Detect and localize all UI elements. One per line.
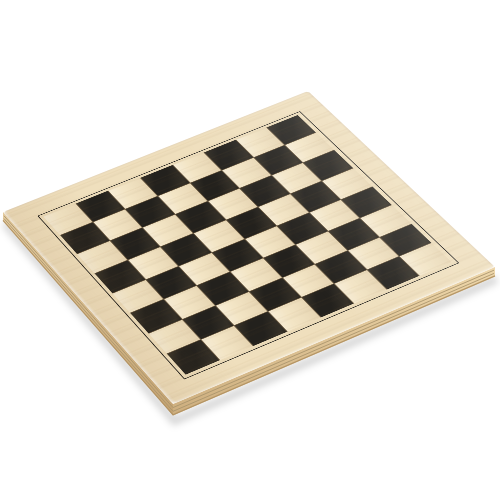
product-photo xyxy=(0,0,500,500)
